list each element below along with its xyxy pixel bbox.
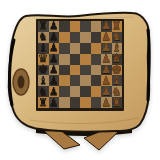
square-r2c4[interactable]	[70, 32, 81, 43]
square-r7c6[interactable]	[91, 86, 102, 97]
square-r8c4[interactable]	[70, 97, 81, 108]
square-r1c4[interactable]	[70, 21, 81, 32]
square-r4c6[interactable]	[91, 54, 102, 65]
square-r2c5[interactable]	[80, 32, 91, 43]
white-rook[interactable]: ♜	[112, 96, 122, 107]
square-r6c6[interactable]	[91, 75, 102, 86]
square-r8c7[interactable]: ♟	[101, 97, 112, 108]
square-r8c8[interactable]: ♜	[112, 97, 123, 108]
square-r1c6[interactable]	[91, 21, 102, 32]
chess-table-photo: ♜♟♟♜♞♟♟♞♝♟♟♝♛♟♟♛♚♟♟♚♝♟♟♝♞♟♟♞♜♟♟♜	[0, 0, 160, 160]
square-r5c6[interactable]	[91, 65, 102, 76]
square-r7c5[interactable]	[80, 86, 91, 97]
square-r8c1[interactable]: ♜	[38, 97, 49, 108]
square-r5c3[interactable]	[59, 65, 70, 76]
square-r4c4[interactable]	[70, 54, 81, 65]
square-r3c3[interactable]	[59, 43, 70, 54]
square-r7c4[interactable]	[70, 86, 81, 97]
square-r8c2[interactable]: ♟	[49, 97, 60, 108]
black-pawn[interactable]: ♟	[49, 96, 59, 107]
square-r3c6[interactable]	[91, 43, 102, 54]
square-r6c3[interactable]	[59, 75, 70, 86]
chess-board: ♜♟♟♜♞♟♟♞♝♟♟♝♛♟♟♛♚♟♟♚♝♟♟♝♞♟♟♞♜♟♟♜	[38, 21, 122, 108]
square-r2c6[interactable]	[91, 32, 102, 43]
square-r3c4[interactable]	[70, 43, 81, 54]
bark-edge-right	[148, 30, 149, 100]
square-r6c5[interactable]	[80, 75, 91, 86]
square-r4c3[interactable]	[59, 54, 70, 65]
square-r5c4[interactable]	[70, 65, 81, 76]
square-r3c5[interactable]	[80, 43, 91, 54]
square-r5c5[interactable]	[80, 65, 91, 76]
square-r8c6[interactable]	[91, 97, 102, 108]
square-r8c3[interactable]	[59, 97, 70, 108]
wood-knot-core	[18, 76, 25, 89]
white-pawn[interactable]: ♟	[101, 96, 111, 107]
square-r1c5[interactable]	[80, 21, 91, 32]
square-r1c3[interactable]	[59, 21, 70, 32]
square-r8c5[interactable]	[80, 97, 91, 108]
square-r7c3[interactable]	[59, 86, 70, 97]
square-r6c4[interactable]	[70, 75, 81, 86]
square-r4c5[interactable]	[80, 54, 91, 65]
black-rook[interactable]: ♜	[38, 96, 48, 107]
square-r2c3[interactable]	[59, 32, 70, 43]
